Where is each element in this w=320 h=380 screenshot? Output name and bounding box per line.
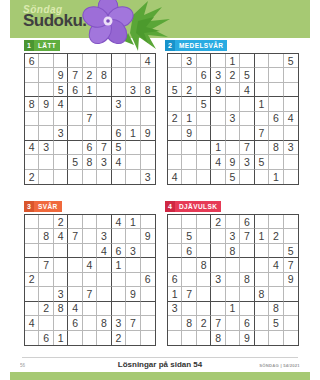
sudoku4-cell-r6c2: 7 xyxy=(182,287,196,301)
sudoku3-cell-r4c4[interactable] xyxy=(68,258,82,272)
sudoku4-cell-r2c1[interactable] xyxy=(168,229,182,243)
sudoku2-cell-r6c1[interactable] xyxy=(168,126,182,140)
sudoku2-cell-r7c8: 8 xyxy=(269,141,283,155)
sudoku1-cell-r7c8[interactable] xyxy=(126,141,140,155)
sudoku3-cell-r6c4[interactable] xyxy=(68,287,82,301)
sudoku1-cell-r3c9: 8 xyxy=(141,83,155,97)
sudoku4-cell-r3c7[interactable] xyxy=(255,244,269,258)
sudoku1-cell-r1c8[interactable] xyxy=(126,54,140,68)
sudoku4-cell-r5c7[interactable] xyxy=(255,273,269,287)
sudoku2-cell-r6c6[interactable] xyxy=(240,126,254,140)
sudoku2-cell-r1c8[interactable] xyxy=(269,54,283,68)
difficulty-badge-latt: 1 LÄTT xyxy=(24,40,60,51)
sudoku2-cell-r2c1[interactable] xyxy=(168,68,182,82)
sudoku2-cell-r4c7: 1 xyxy=(255,97,269,111)
sudoku2-cell-r9c9[interactable] xyxy=(284,170,298,184)
sudoku3-cell-r7c8[interactable] xyxy=(126,302,140,316)
sudoku1-cell-r5c9[interactable] xyxy=(141,112,155,126)
sudoku2-cell-r7c5[interactable] xyxy=(226,141,240,155)
sudoku2-cell-r5c4[interactable] xyxy=(211,112,225,126)
sudoku4-cell-r4c1[interactable] xyxy=(168,258,182,272)
sudoku3-cell-r8c1: 4 xyxy=(25,316,39,330)
sudoku4-cell-r9c5[interactable] xyxy=(226,331,240,345)
sudoku4-cell-r7c1: 3 xyxy=(168,302,182,316)
sudoku1-cell-r6c5[interactable] xyxy=(83,126,97,140)
sudoku4-cell-r7c7[interactable] xyxy=(255,302,269,316)
sudoku1-cell-r9c4[interactable] xyxy=(68,170,82,184)
sudoku1-cell-r1c6[interactable] xyxy=(97,54,111,68)
sudoku1-cell-r8c2[interactable] xyxy=(39,155,53,169)
sudoku1-cell-r4c8[interactable] xyxy=(126,97,140,111)
sudoku2-cell-r1c9: 5 xyxy=(284,54,298,68)
sudoku3-cell-r2c7[interactable] xyxy=(112,229,126,243)
sudoku4-cell-r1c7[interactable] xyxy=(255,215,269,229)
sudoku4-cell-r3c8[interactable] xyxy=(269,244,283,258)
sudoku3-cell-r5c3[interactable] xyxy=(54,273,68,287)
sudoku3-cell-r6c1[interactable] xyxy=(25,287,39,301)
sudoku1-cell-r2c8[interactable] xyxy=(126,68,140,82)
sudoku2-cell-r7c6: 7 xyxy=(240,141,254,155)
sudoku2-cell-r5c2: 1 xyxy=(182,112,196,126)
badge-number: 3 xyxy=(24,201,34,212)
sudoku4-cell-r3c9: 5 xyxy=(284,244,298,258)
sudoku4-cell-r2c3[interactable] xyxy=(197,229,211,243)
sudoku1-cell-r5c3[interactable] xyxy=(54,112,68,126)
sudoku4-cell-r8c9[interactable] xyxy=(284,316,298,330)
sudoku2-cell-r9c7[interactable] xyxy=(255,170,269,184)
sudoku3-cell-r3c5[interactable] xyxy=(83,244,97,258)
sudoku3-cell-r8c5[interactable] xyxy=(83,316,97,330)
sudoku1-cell-r1c5[interactable] xyxy=(83,54,97,68)
sudoku1-cell-r7c2: 3 xyxy=(39,141,53,155)
sudoku3-cell-r7c9[interactable] xyxy=(141,302,155,316)
sudoku2-cell-r1c7[interactable] xyxy=(255,54,269,68)
sudoku2-cell-r3c7[interactable] xyxy=(255,83,269,97)
sudoku3-cell-r4c6[interactable] xyxy=(97,258,111,272)
sudoku4-cell-r8c4: 7 xyxy=(211,316,225,330)
sudoku2-cell-r7c2[interactable] xyxy=(182,141,196,155)
sudoku4-cell-r9c8[interactable] xyxy=(269,331,283,345)
sudoku2-cell-r9c5: 5 xyxy=(226,170,240,184)
sudoku4-cell-r1c2[interactable] xyxy=(182,215,196,229)
sudoku1-cell-r9c6[interactable] xyxy=(97,170,111,184)
sudoku3-cell-r6c6[interactable] xyxy=(97,287,111,301)
sudoku1-cell-r8c7: 4 xyxy=(112,155,126,169)
sudoku2-cell-r3c5[interactable] xyxy=(226,83,240,97)
sudoku2-cell-r9c6[interactable] xyxy=(240,170,254,184)
sudoku3-cell-r6c9[interactable] xyxy=(141,287,155,301)
sudoku2-cell-r8c2[interactable] xyxy=(182,155,196,169)
sudoku4-cell-r7c8: 8 xyxy=(269,302,283,316)
sudoku3-cell-r1c4[interactable] xyxy=(68,215,82,229)
sudoku1-cell-r6c8: 1 xyxy=(126,126,140,140)
sudoku1-cell-r4c2: 9 xyxy=(39,97,53,111)
sudoku1-cell-r6c7: 6 xyxy=(112,126,126,140)
sudoku2-cell-r5c7[interactable] xyxy=(255,112,269,126)
sudoku3-cell-r4c7: 1 xyxy=(112,258,126,272)
sudoku4-cell-r5c5[interactable] xyxy=(226,273,240,287)
difficulty-badge-djavulsk: 4 DJÄVULSK xyxy=(165,201,221,212)
sudoku2-cell-r4c2[interactable] xyxy=(182,97,196,111)
sudoku1-cell-r1c3[interactable] xyxy=(54,54,68,68)
sudoku2-cell-r6c9[interactable] xyxy=(284,126,298,140)
sudoku3-cell-r4c2: 7 xyxy=(39,258,53,272)
sudoku4-cell-r8c7[interactable] xyxy=(255,316,269,330)
sudoku2-cell-r9c2[interactable] xyxy=(182,170,196,184)
sudoku1-cell-r9c8[interactable] xyxy=(126,170,140,184)
sudoku4-cell-r6c7: 8 xyxy=(255,287,269,301)
sudoku3-cell-r7c4: 4 xyxy=(68,302,82,316)
sudoku4-cell-r7c2[interactable] xyxy=(182,302,196,316)
sudoku3-cell-r1c1[interactable] xyxy=(25,215,39,229)
sudoku3-cell-r1c3: 2 xyxy=(54,215,68,229)
sudoku4-cell-r5c6: 8 xyxy=(240,273,254,287)
sudoku1-cell-r8c1[interactable] xyxy=(25,155,39,169)
sudoku3-cell-r5c8[interactable] xyxy=(126,273,140,287)
sudoku4-cell-r4c8: 4 xyxy=(269,258,283,272)
sudoku3-cell-r9c9[interactable] xyxy=(141,331,155,345)
sudoku1-cell-r6c4[interactable] xyxy=(68,126,82,140)
sudoku3-cell-r9c8[interactable] xyxy=(126,331,140,345)
sudoku3-cell-r5c5[interactable] xyxy=(83,273,97,287)
sudoku4-cell-r8c2: 8 xyxy=(182,316,196,330)
sudoku4-cell-r3c6[interactable] xyxy=(240,244,254,258)
sudoku2-cell-r2c4: 3 xyxy=(211,68,225,82)
sudoku2-cell-r3c8[interactable] xyxy=(269,83,283,97)
sudoku2-cell-r9c4[interactable] xyxy=(211,170,225,184)
sudoku4-cell-r6c4[interactable] xyxy=(211,287,225,301)
sudoku2-cell-r1c6[interactable] xyxy=(240,54,254,68)
sudoku3-cell-r9c2: 6 xyxy=(39,331,53,345)
sudoku4-cell-r1c6: 6 xyxy=(240,215,254,229)
sudoku4-cell-r9c1[interactable] xyxy=(168,331,182,345)
sudoku4-cell-r7c4[interactable] xyxy=(211,302,225,316)
sudoku3-cell-r8c2[interactable] xyxy=(39,316,53,330)
sudoku4-cell-r5c2[interactable] xyxy=(182,273,196,287)
sudoku4-cell-r9c7[interactable] xyxy=(255,331,269,345)
sudoku1-cell-r9c7[interactable] xyxy=(112,170,126,184)
sudoku3-cell-r9c4[interactable] xyxy=(68,331,82,345)
sudoku4-cell-r7c6[interactable] xyxy=(240,302,254,316)
sudoku2-cell-r4c8[interactable] xyxy=(269,97,283,111)
sudoku3-cell-r3c6: 4 xyxy=(97,244,111,258)
sudoku1-cell-r7c9[interactable] xyxy=(141,141,155,155)
sudoku1-cell-r2c5: 2 xyxy=(83,68,97,82)
sudoku2-cell-r5c6[interactable] xyxy=(240,112,254,126)
sudoku2-cell-r8c5: 9 xyxy=(226,155,240,169)
sudoku3-cell-r2c9: 9 xyxy=(141,229,155,243)
sudoku1-cell-r7c3[interactable] xyxy=(54,141,68,155)
sudoku4-cell-r4c5[interactable] xyxy=(226,258,240,272)
sudoku1-cell-r3c1[interactable] xyxy=(25,83,39,97)
sudoku1-cell-r2c1[interactable] xyxy=(25,68,39,82)
sudoku2-cell-r5c5: 3 xyxy=(226,112,240,126)
sudoku1-cell-r7c7: 5 xyxy=(112,141,126,155)
sudoku2-cell-r8c9[interactable] xyxy=(284,155,298,169)
sudoku2-cell-r6c5[interactable] xyxy=(226,126,240,140)
difficulty-badge-medelsvar: 2 MEDELSVÅR xyxy=(165,40,227,51)
sudoku4-cell-r4c4[interactable] xyxy=(211,258,225,272)
sudoku3-cell-r3c3[interactable] xyxy=(54,244,68,258)
sudoku2-cell-r6c3[interactable] xyxy=(197,126,211,140)
sudoku1-cell-r8c3[interactable] xyxy=(54,155,68,169)
sudoku4-cell-r9c3[interactable] xyxy=(197,331,211,345)
sudoku2-cell-r1c2: 3 xyxy=(182,54,196,68)
sudoku3-cell-r8c7: 3 xyxy=(112,316,126,330)
sudoku4-cell-r5c8[interactable] xyxy=(269,273,283,287)
sudoku2-cell-r1c3[interactable] xyxy=(197,54,211,68)
sudoku3-cell-r4c9[interactable] xyxy=(141,258,155,272)
sudoku2-cell-r1c5: 1 xyxy=(226,54,240,68)
sudoku2-cell-r9c1: 4 xyxy=(168,170,182,184)
badge-number: 2 xyxy=(165,40,175,51)
sudoku2-cell-r9c3[interactable] xyxy=(197,170,211,184)
sudoku4-cell-r9c9[interactable] xyxy=(284,331,298,345)
sudoku1-cell-r5c7[interactable] xyxy=(112,112,126,126)
sudoku3-cell-r8c4: 6 xyxy=(68,316,82,330)
sudoku1-cell-r2c9[interactable] xyxy=(141,68,155,82)
sudoku4-cell-r6c5[interactable] xyxy=(226,287,240,301)
sudoku4-cell-r2c7: 1 xyxy=(255,229,269,243)
sudoku2-cell-r1c1[interactable] xyxy=(168,54,182,68)
sudoku3-cell-r5c4[interactable] xyxy=(68,273,82,287)
sudoku1-cell-r5c8[interactable] xyxy=(126,112,140,126)
sudoku1-cell-r9c9: 3 xyxy=(141,170,155,184)
sudoku1-cell-r3c6[interactable] xyxy=(97,83,111,97)
badge-number: 1 xyxy=(24,40,34,51)
sudoku3-cell-r7c5[interactable] xyxy=(83,302,97,316)
sudoku1-cell-r7c1: 4 xyxy=(25,141,39,155)
sudoku3-cell-r3c4[interactable] xyxy=(68,244,82,258)
sudoku4-cell-r9c2[interactable] xyxy=(182,331,196,345)
sudoku1-cell-r3c4: 6 xyxy=(68,83,82,97)
sudoku1-cell-r5c2[interactable] xyxy=(39,112,53,126)
sudoku1-cell-r8c5: 8 xyxy=(83,155,97,169)
sudoku4-cell-r9c6: 9 xyxy=(240,331,254,345)
sudoku3-cell-r7c6[interactable] xyxy=(97,302,111,316)
sudoku4-cell-r8c1[interactable] xyxy=(168,316,182,330)
sudoku2-cell-r3c1: 5 xyxy=(168,83,182,97)
issue-text: SÖNDAG | 54/2021 xyxy=(260,363,300,367)
sudoku4-cell-r7c5: 1 xyxy=(226,302,240,316)
sudoku3-cell-r5c9: 6 xyxy=(141,273,155,287)
sudoku1-cell-r1c2[interactable] xyxy=(39,54,53,68)
sudoku1-cell-r5c1[interactable] xyxy=(25,112,39,126)
sudoku3-cell-r5c1: 2 xyxy=(25,273,39,287)
sudoku-grid-3-svar: 241847394637412637928446837612 xyxy=(24,214,156,346)
sudoku3-cell-r6c7[interactable] xyxy=(112,287,126,301)
sudoku3-cell-r2c8[interactable] xyxy=(126,229,140,243)
sudoku1-cell-r8c8[interactable] xyxy=(126,155,140,169)
sudoku1-cell-r4c6[interactable] xyxy=(97,97,111,111)
sudoku4-cell-r1c8[interactable] xyxy=(269,215,283,229)
sudoku3-cell-r5c6[interactable] xyxy=(97,273,111,287)
sudoku1-cell-r2c7[interactable] xyxy=(112,68,126,82)
sudoku3-cell-r1c6[interactable] xyxy=(97,215,111,229)
sudoku3-cell-r6c3: 3 xyxy=(54,287,68,301)
sudoku1-cell-r3c2[interactable] xyxy=(39,83,53,97)
sudoku1-cell-r5c6[interactable] xyxy=(97,112,111,126)
sudoku4-cell-r1c1[interactable] xyxy=(168,215,182,229)
sudoku2-cell-r2c6: 5 xyxy=(240,68,254,82)
sudoku4-cell-r5c3[interactable] xyxy=(197,273,211,287)
sudoku4-cell-r2c5: 3 xyxy=(226,229,240,243)
sudoku4-cell-r9c4: 8 xyxy=(211,331,225,345)
sudoku1-cell-r9c5[interactable] xyxy=(83,170,97,184)
sudoku1-cell-r2c6: 8 xyxy=(97,68,111,82)
sudoku2-cell-r4c9[interactable] xyxy=(284,97,298,111)
sudoku1-cell-r5c5: 7 xyxy=(83,112,97,126)
badge-label: MEDELSVÅR xyxy=(175,40,227,51)
sudoku2-cell-r5c3[interactable] xyxy=(197,112,211,126)
sudoku2-cell-r9c8: 1 xyxy=(269,170,283,184)
sudoku3-cell-r9c5[interactable] xyxy=(83,331,97,345)
sudoku4-cell-r3c3[interactable] xyxy=(197,244,211,258)
badge-label: DJÄVULSK xyxy=(175,201,221,212)
sudoku2-cell-r4c6[interactable] xyxy=(240,97,254,111)
sudoku3-cell-r7c7[interactable] xyxy=(112,302,126,316)
sudoku3-cell-r1c9[interactable] xyxy=(141,215,155,229)
sudoku4-cell-r4c6[interactable] xyxy=(240,258,254,272)
sudoku4-cell-r1c5[interactable] xyxy=(226,215,240,229)
sudoku1-cell-r4c3: 4 xyxy=(54,97,68,111)
sudoku3-cell-r6c5: 7 xyxy=(83,287,97,301)
sudoku4-cell-r1c9[interactable] xyxy=(284,215,298,229)
sudoku2-cell-r4c4[interactable] xyxy=(211,97,225,111)
sudoku1-cell-r7c4[interactable] xyxy=(68,141,82,155)
sudoku3-cell-r1c2[interactable] xyxy=(39,215,53,229)
sudoku2-cell-r6c7: 7 xyxy=(255,126,269,140)
sudoku1-cell-r8c9[interactable] xyxy=(141,155,155,169)
sudoku1-cell-r6c1[interactable] xyxy=(25,126,39,140)
sudoku4-cell-r8c5[interactable] xyxy=(226,316,240,330)
sudoku1-cell-r5c4[interactable] xyxy=(68,112,82,126)
sudoku1-cell-r4c4[interactable] xyxy=(68,97,82,111)
sudoku4-cell-r6c8[interactable] xyxy=(269,287,283,301)
sudoku1-cell-r2c2[interactable] xyxy=(39,68,53,82)
sudoku2-cell-r8c4: 4 xyxy=(211,155,225,169)
sudoku1-cell-r3c3: 5 xyxy=(54,83,68,97)
sudoku4-cell-r2c9[interactable] xyxy=(284,229,298,243)
sudoku3-cell-r8c9[interactable] xyxy=(141,316,155,330)
sudoku2-cell-r5c1: 2 xyxy=(168,112,182,126)
sudoku1-cell-r3c7[interactable] xyxy=(112,83,126,97)
sudoku2-cell-r2c7[interactable] xyxy=(255,68,269,82)
sudoku3-cell-r1c5[interactable] xyxy=(83,215,97,229)
difficulty-badge-svar: 3 SVÅR xyxy=(24,201,62,212)
sudoku1-cell-r9c3[interactable] xyxy=(54,170,68,184)
sudoku2-cell-r2c8[interactable] xyxy=(269,68,283,82)
sudoku4-cell-r7c3[interactable] xyxy=(197,302,211,316)
sudoku4-cell-r3c1[interactable] xyxy=(168,244,182,258)
sudoku2-cell-r1c4[interactable] xyxy=(211,54,225,68)
sudoku3-cell-r4c8[interactable] xyxy=(126,258,140,272)
sudoku2-cell-r6c4[interactable] xyxy=(211,126,225,140)
sudoku2-cell-r7c4: 1 xyxy=(211,141,225,155)
sudoku2-cell-r2c3: 6 xyxy=(197,68,211,82)
sudoku2-cell-r4c5[interactable] xyxy=(226,97,240,111)
sudoku3-cell-r9c6[interactable] xyxy=(97,331,111,345)
sudoku1-cell-r6c2[interactable] xyxy=(39,126,53,140)
sudoku2-cell-r8c8[interactable] xyxy=(269,155,283,169)
sudoku2-cell-r2c5: 2 xyxy=(226,68,240,82)
sudoku3-cell-r1c7: 4 xyxy=(112,215,126,229)
sudoku2-cell-r5c9: 4 xyxy=(284,112,298,126)
sudoku4-cell-r2c4[interactable] xyxy=(211,229,225,243)
sudoku1-cell-r1c7[interactable] xyxy=(112,54,126,68)
sudoku3-cell-r5c7[interactable] xyxy=(112,273,126,287)
sudoku2-cell-r3c6: 4 xyxy=(240,83,254,97)
sudoku3-cell-r1c8: 1 xyxy=(126,215,140,229)
sudoku3-cell-r3c1[interactable] xyxy=(25,244,39,258)
badge-number: 4 xyxy=(165,201,175,212)
sudoku1-cell-r6c6[interactable] xyxy=(97,126,111,140)
sudoku4-cell-r5c4: 3 xyxy=(211,273,225,287)
sudoku2-cell-r8c3[interactable] xyxy=(197,155,211,169)
sudoku3-cell-r6c2[interactable] xyxy=(39,287,53,301)
sudoku3-cell-r2c2: 8 xyxy=(39,229,53,243)
sudoku1-cell-r7c5: 6 xyxy=(83,141,97,155)
sudoku3-cell-r7c1[interactable] xyxy=(25,302,39,316)
sudoku4-cell-r6c9[interactable] xyxy=(284,287,298,301)
leaf-cluster xyxy=(124,1,170,51)
sudoku2-cell-r7c7[interactable] xyxy=(255,141,269,155)
sudoku1-cell-r1c4[interactable] xyxy=(68,54,82,68)
sudoku4-cell-r6c3[interactable] xyxy=(197,287,211,301)
sudoku2-cell-r5c8: 6 xyxy=(269,112,283,126)
sudoku2-cell-r8c7: 5 xyxy=(255,155,269,169)
sudoku1-cell-r9c2[interactable] xyxy=(39,170,53,184)
sudoku-grid-1-latt: 6497285613889437361943675583423 xyxy=(24,53,156,185)
sudoku2-cell-r3c3[interactable] xyxy=(197,83,211,97)
sudoku3-cell-r2c3: 4 xyxy=(54,229,68,243)
sudoku2-cell-r7c3[interactable] xyxy=(197,141,211,155)
sudoku2-cell-r7c1[interactable] xyxy=(168,141,182,155)
sudoku3-cell-r3c9[interactable] xyxy=(141,244,155,258)
sudoku2-cell-r2c9[interactable] xyxy=(284,68,298,82)
sudoku4-cell-r3c4[interactable] xyxy=(211,244,225,258)
sudoku1-cell-r4c9[interactable] xyxy=(141,97,155,111)
sudoku4-cell-r1c3[interactable] xyxy=(197,215,211,229)
sudoku2-cell-r8c1[interactable] xyxy=(168,155,182,169)
sudoku3-cell-r9c1[interactable] xyxy=(25,331,39,345)
sudoku4-cell-r6c6[interactable] xyxy=(240,287,254,301)
sudoku1-cell-r7c6: 7 xyxy=(97,141,111,155)
sudoku4-cell-r4c2[interactable] xyxy=(182,258,196,272)
sudoku1-cell-r8c4: 5 xyxy=(68,155,82,169)
sudoku2-cell-r2c2[interactable] xyxy=(182,68,196,82)
sudoku3-cell-r2c5[interactable] xyxy=(83,229,97,243)
sudoku1-cell-r4c5[interactable] xyxy=(83,97,97,111)
sudoku4-cell-r7c9[interactable] xyxy=(284,302,298,316)
sudoku3-cell-r3c2[interactable] xyxy=(39,244,53,258)
sudoku3-cell-r2c1[interactable] xyxy=(25,229,39,243)
sudoku4-cell-r4c3: 8 xyxy=(197,258,211,272)
sudoku4-cell-r8c8: 5 xyxy=(269,316,283,330)
sudoku3-cell-r5c2[interactable] xyxy=(39,273,53,287)
sudoku4-cell-r2c2: 5 xyxy=(182,229,196,243)
sudoku3-cell-r4c1[interactable] xyxy=(25,258,39,272)
sudoku1-cell-r6c3: 3 xyxy=(54,126,68,140)
sudoku2-cell-r6c8[interactable] xyxy=(269,126,283,140)
sudoku3-cell-r8c3[interactable] xyxy=(54,316,68,330)
sudoku4-cell-r6c1: 1 xyxy=(168,287,182,301)
sudoku2-cell-r3c9[interactable] xyxy=(284,83,298,97)
sudoku2-cell-r4c1[interactable] xyxy=(168,97,182,111)
sudoku4-cell-r4c7[interactable] xyxy=(255,258,269,272)
sudoku-grid-2-medelsvar: 3156325529451213649717834935451 xyxy=(167,53,299,185)
sudoku3-cell-r4c3[interactable] xyxy=(54,258,68,272)
